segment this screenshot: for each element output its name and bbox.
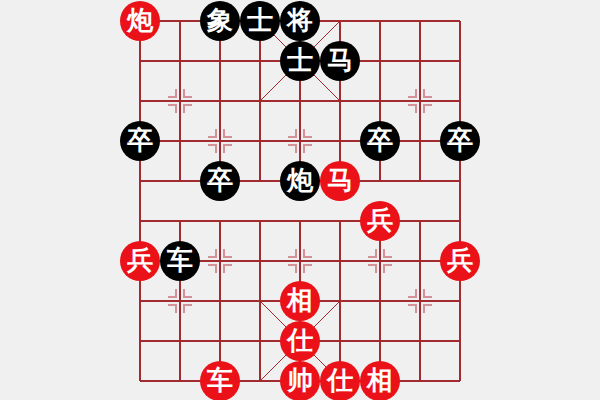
piece-black-advisor[interactable]: 士 [240, 1, 280, 41]
piece-black-elephant[interactable]: 象 [200, 1, 240, 41]
piece-black-cannon[interactable]: 炮 [280, 161, 320, 201]
piece-red-rook[interactable]: 车 [200, 361, 240, 400]
piece-red-pawn[interactable]: 兵 [360, 201, 400, 241]
piece-red-king[interactable]: 帅 [280, 361, 320, 400]
piece-red-advisor[interactable]: 仕 [320, 361, 360, 400]
xiangqi-board: 炮象士将士马卒卒卒卒炮马兵兵车兵相仕车帅仕相 [120, 1, 480, 400]
piece-red-pawn[interactable]: 兵 [120, 241, 160, 281]
piece-black-pawn[interactable]: 卒 [360, 121, 400, 161]
piece-red-cannon[interactable]: 炮 [120, 1, 160, 41]
piece-black-pawn[interactable]: 卒 [120, 121, 160, 161]
piece-black-advisor[interactable]: 士 [280, 41, 320, 81]
piece-red-pawn[interactable]: 兵 [440, 241, 480, 281]
piece-black-pawn[interactable]: 卒 [200, 161, 240, 201]
piece-red-elephant[interactable]: 相 [280, 281, 320, 321]
piece-black-horse[interactable]: 马 [320, 41, 360, 81]
piece-red-elephant[interactable]: 相 [360, 361, 400, 400]
piece-red-advisor[interactable]: 仕 [280, 321, 320, 361]
piece-black-pawn[interactable]: 卒 [440, 121, 480, 161]
piece-black-king[interactable]: 将 [280, 1, 320, 41]
pieces-layer: 炮象士将士马卒卒卒卒炮马兵兵车兵相仕车帅仕相 [120, 1, 480, 400]
piece-black-rook[interactable]: 车 [160, 241, 200, 281]
app-background: { "game": "xiangqi", "position": "C1eak4… [0, 0, 600, 400]
piece-red-horse[interactable]: 马 [320, 161, 360, 201]
